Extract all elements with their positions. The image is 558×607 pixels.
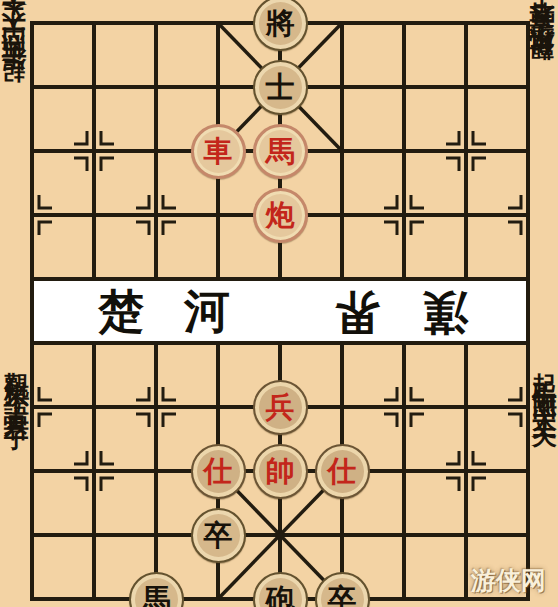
piece-red-chariot[interactable]: 車 bbox=[191, 124, 246, 179]
piece-red-general[interactable]: 帥 bbox=[253, 444, 308, 499]
piece-red-horse[interactable]: 馬 bbox=[253, 124, 308, 179]
piece-black-general[interactable]: 將 bbox=[253, 0, 308, 51]
piece-black-soldier-b[interactable]: 卒 bbox=[315, 572, 370, 607]
piece-black-advisor[interactable]: 士 bbox=[253, 60, 308, 115]
pieces-layer: 將士車馬炮兵仕帥仕卒馬砲卒 bbox=[1, 0, 558, 607]
watermark: 游侠网 bbox=[471, 564, 546, 597]
piece-red-cannon[interactable]: 炮 bbox=[253, 188, 308, 243]
piece-black-cannon[interactable]: 砲 bbox=[253, 572, 308, 607]
piece-black-soldier-a[interactable]: 卒 bbox=[191, 508, 246, 563]
piece-red-soldier[interactable]: 兵 bbox=[253, 380, 308, 435]
piece-black-horse[interactable]: 馬 bbox=[129, 572, 184, 607]
xiangqi-board: 起手無回大丈夫 觀棋不語真君子 觀棋不語真君子 起手無回大丈夫 楚河 漢界 將士… bbox=[0, 0, 558, 607]
piece-red-advisor-right[interactable]: 仕 bbox=[315, 444, 370, 499]
piece-red-advisor-left[interactable]: 仕 bbox=[191, 444, 246, 499]
